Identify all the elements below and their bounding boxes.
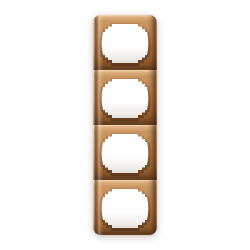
module-opening [93,15,157,70]
module-opening [93,180,157,235]
frame-module-2 [93,70,157,125]
frame-module-1 [93,15,157,70]
module-opening [93,125,157,180]
module-opening [93,70,157,125]
frame-module-4 [93,180,157,235]
socket-frame [93,15,157,235]
product-photo [0,0,250,250]
frame-module-3 [93,125,157,180]
